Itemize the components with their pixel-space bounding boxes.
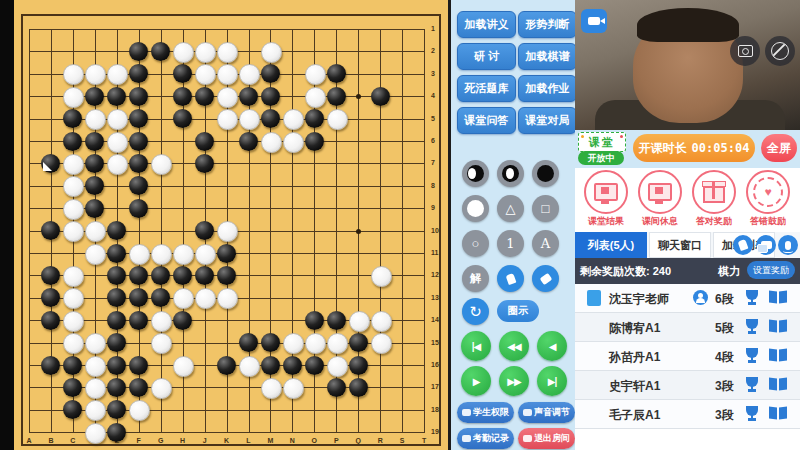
row-label: 15 [431,339,445,346]
stone-white-O4 [305,87,326,108]
column-label: A [23,437,35,444]
row-label: 5 [431,115,445,122]
trophy-icon[interactable] [743,347,761,365]
stone-white-D19 [85,423,106,444]
letter-icon: A [541,236,550,251]
stone-black-M3 [261,64,280,83]
refresh-icon: ↻ [469,303,482,321]
microphone-icon [785,241,791,250]
student-rank: 5段 [715,320,734,337]
row-label: 14 [431,316,445,323]
rewind-button[interactable]: ◀◀ [499,331,529,361]
tab-chat-window[interactable]: 聊天窗口 [649,232,711,258]
student-icon [462,409,471,416]
stone-black-Q16 [349,356,368,375]
stone-black-F2 [129,42,148,61]
circle-marker-tool[interactable]: ○ [462,230,489,257]
stone-white-H2 [173,42,194,63]
stone-black-O6 [305,132,324,151]
list-item[interactable]: 孙苗丹A1 4段 [575,342,800,371]
row-label: 9 [431,204,445,211]
stone-white-L16 [239,356,260,377]
teacher-hair [637,8,739,42]
stone-black-J12 [195,266,214,285]
stone-white-D11 [85,244,106,265]
stone-white-C12 [63,266,84,287]
stone-black-H14 [173,311,192,330]
column-label: B [45,437,57,444]
stone-white-N15 [283,333,304,354]
stone-black-F12 [129,266,148,285]
black-stone-icon [537,165,554,182]
attendance-record-button[interactable]: 考勤记录 [457,428,514,449]
stone-white-M17 [261,378,282,399]
stone-black-K12 [217,266,236,285]
column-label: P [330,437,342,444]
stone-black-O5 [305,109,324,128]
trophy-icon[interactable] [743,289,761,307]
fullscreen-button[interactable]: 全屏 [761,134,797,162]
stone-black-E4 [107,87,126,106]
white-first-tool[interactable] [497,160,524,187]
control-panel: 加载讲义 形势判断 研 讨 加载棋谱 死活题库 加载作业 课堂问答 课堂对局 △… [448,0,575,450]
stone-white-L3 [239,64,260,85]
stone-black-E16 [107,356,126,375]
exit-room-button[interactable]: 退出房间 [518,428,575,449]
paint-roller-icon [539,272,552,284]
go-to-end-button[interactable]: ▶| [537,366,567,396]
stone-black-B14 [41,311,60,330]
rewind-icon: ◀◀ [507,341,520,352]
classroom-badge: 课堂 [578,132,626,152]
left-black-strip [0,0,14,450]
stone-white-G15 [151,333,172,354]
correct-reward-button[interactable]: 答对奖励 [689,170,739,228]
stone-black-N16 [283,356,302,375]
stone-black-H12 [173,266,192,285]
stone-white-H16 [173,356,194,377]
stone-white-C7 [63,154,84,175]
hand-pointer-icon [505,272,516,284]
row-label: 19 [431,428,445,435]
row-label: 3 [431,70,445,77]
stone-black-F6 [129,132,148,151]
stone-black-D8 [85,176,104,195]
set-reward-button[interactable]: 设置奖励 [747,261,795,279]
list-item[interactable]: 沈玉宇老师 6段 [575,284,800,313]
stone-white-Q14 [349,311,370,332]
stone-black-J10 [195,221,214,240]
stone-white-L5 [239,109,260,130]
monitor-icon [594,183,618,201]
paint-tool[interactable] [532,265,559,292]
remaining-rewards-label: 剩余奖励次数: 240 [580,264,671,279]
stone-black-B10 [41,221,60,240]
stone-black-F8 [129,176,148,195]
row-label: 6 [431,137,445,144]
stone-black-D6 [85,132,104,151]
encourage-button[interactable]: ♥ 答错鼓励 [743,170,793,228]
column-label: O [308,437,320,444]
stone-black-C18 [63,400,82,419]
stone-white-P16 [327,356,348,377]
book-icon[interactable] [769,318,787,334]
row-label: 10 [431,227,445,234]
gift-icon [703,186,725,203]
stone-white-D18 [85,400,106,421]
stone-black-F13 [129,288,148,307]
circle-show-button[interactable]: 圈示 [497,300,539,322]
stone-white-G7 [151,154,172,175]
stone-black-F9 [129,199,148,218]
stone-white-E3 [107,64,128,85]
column-label: L [243,437,255,444]
answer-icon: 解 [470,271,481,286]
student-name: 孙苗丹A1 [609,349,660,366]
class-game-button[interactable]: 课堂对局 [518,107,577,134]
stone-white-K2 [217,42,238,63]
stone-black-E19 [107,423,126,442]
stone-white-K4 [217,87,238,108]
stone-black-E11 [107,244,126,263]
stone-white-M6 [261,132,282,153]
column-label: N [286,437,298,444]
go-to-start-button[interactable]: |◀ [461,331,491,361]
last-move-marker [43,162,52,171]
speaker-icon [523,409,532,416]
answer-tool[interactable]: 解 [462,265,489,292]
camera-off-button[interactable] [765,36,795,66]
stone-white-K5 [217,109,238,130]
stone-black-G2 [151,42,170,61]
stone-black-F4 [129,87,148,106]
stone-white-C9 [63,199,84,220]
stone-black-E10 [107,221,126,240]
teacher-webcam-video [575,0,800,130]
stone-black-O16 [305,356,324,375]
stone-black-P14 [327,311,346,330]
step-back-icon: ◀ [549,341,556,352]
discuss-button[interactable]: 研 讨 [457,43,516,70]
stone-white-P15 [327,333,348,354]
stone-black-L15 [239,333,258,352]
book-icon[interactable] [769,376,787,392]
stone-black-E17 [107,378,126,397]
stone-black-K11 [217,244,236,263]
student-rank: 6段 [715,291,734,308]
row-label: 8 [431,182,445,189]
stone-white-C8 [63,176,84,197]
play-icon: ▶ [473,376,480,387]
stone-black-L6 [239,132,258,151]
record-icon [462,435,471,442]
stone-black-C6 [63,132,82,151]
row-label: 16 [431,361,445,368]
go-classroom-app: A1B2C3D4E5F6G7H8J9K10L11M12N13O14P15Q16R… [0,0,800,450]
student-list: 沈玉宇老师 6段 陈博宥A1 5段 孙苗丹A1 4段 史宇轩A1 3段 [575,284,800,450]
stone-white-C4 [63,87,84,108]
stone-black-G12 [151,266,170,285]
pointer-tool[interactable] [497,265,524,292]
column-label: T [418,437,430,444]
stone-white-P5 [327,109,348,130]
class-status-bar: 课堂 开放中 开课时长 00:05:04 全屏 [575,130,800,168]
stone-white-G17 [151,378,172,399]
stone-black-G13 [151,288,170,307]
avatar [587,290,601,306]
class-qa-button[interactable]: 课堂问答 [457,107,516,134]
column-label: M [264,437,276,444]
alternate-stone-tool[interactable] [462,160,489,187]
microphone-button[interactable] [778,235,798,255]
list-item[interactable]: 史宇轩A1 3段 [575,371,800,400]
triangle-icon: △ [506,201,516,216]
step-back-button[interactable]: ◀ [537,331,567,361]
stone-black-Q17 [349,378,368,397]
column-label: S [396,437,408,444]
chat-button[interactable] [756,235,776,255]
skip-end-icon: ▶| [548,376,557,387]
stone-black-E12 [107,266,126,285]
stone-white-C15 [63,333,84,354]
stone-black-J7 [195,154,214,173]
stone-black-B12 [41,266,60,285]
skip-start-icon: |◀ [472,341,481,352]
timer-label: 开课时长 [639,140,687,157]
stone-black-P17 [327,378,346,397]
stone-white-N17 [283,378,304,399]
stone-black-D4 [85,87,104,106]
stone-black-K16 [217,356,236,375]
stone-white-J13 [195,288,216,309]
stone-white-D15 [85,333,106,354]
column-label: C [67,437,79,444]
class-open-status: 开放中 [578,151,624,165]
fast-forward-icon: ▶▶ [507,376,520,387]
go-board[interactable]: A1B2C3D4E5F6G7H8J9K10L11M12N13O14P15Q16R… [14,0,448,450]
book-icon[interactable] [769,347,787,363]
tab-bar: 列表(5人) 聊天窗口 加载列表 [575,232,800,259]
book-icon[interactable] [769,405,787,421]
stone-black-D7 [85,154,104,173]
load-kifu-button[interactable]: 加载棋谱 [518,43,577,70]
rewards-row: 课堂结果 课间休息 答对奖励 ♥ 答错鼓励 [575,168,800,232]
play-button[interactable]: ▶ [461,366,491,396]
stone-white-J3 [195,64,216,85]
student-name: 陈博宥A1 [609,320,660,337]
row-label: 18 [431,406,445,413]
stone-white-C10 [63,221,84,242]
student-permission-button[interactable]: 学生权限 [457,402,514,423]
stone-black-C5 [63,109,82,128]
stone-black-P4 [327,87,346,106]
fast-forward-button[interactable]: ▶▶ [499,366,529,396]
judge-position-button[interactable]: 形势判断 [518,11,577,38]
person-icon [693,290,708,305]
stone-black-R4 [371,87,390,106]
white-first-icon [502,165,519,182]
tsumego-library-button[interactable]: 死活题库 [457,75,516,102]
class-break-button[interactable]: 课间休息 [635,170,685,228]
stone-black-C17 [63,378,82,397]
white-stone-tool[interactable] [462,195,489,222]
stone-black-E13 [107,288,126,307]
row-label: 17 [431,383,445,390]
trophy-icon[interactable] [743,318,761,336]
class-timer: 开课时长 00:05:04 [633,134,755,162]
stone-white-K13 [217,288,238,309]
stone-white-D5 [85,109,106,130]
stone-white-N6 [283,132,304,153]
alternate-stone-icon [467,165,484,182]
load-homework-button[interactable]: 加载作业 [518,75,577,102]
student-rank: 3段 [715,407,734,424]
stone-white-M2 [261,42,282,63]
stone-black-F14 [129,311,148,330]
stone-white-R12 [371,266,392,287]
snapshot-button[interactable] [730,36,760,66]
stone-black-F3 [129,64,148,83]
trophy-icon[interactable] [743,376,761,394]
stone-black-F7 [129,154,148,173]
stone-black-O14 [305,311,324,330]
timer-value: 00:05:04 [692,141,750,155]
stone-white-O15 [305,333,326,354]
raise-hand-button[interactable] [733,235,753,255]
load-lecture-button[interactable]: 加载讲义 [457,11,516,38]
column-label: G [155,437,167,444]
class-result-button[interactable]: 课堂结果 [581,170,631,228]
right-panel: 课堂 开放中 开课时长 00:05:04 全屏 课堂结果 课间休息 答对奖励 [575,0,800,450]
stone-black-M5 [261,109,280,128]
stone-white-G14 [151,311,172,332]
stone-white-J11 [195,244,216,265]
column-label: J [199,437,211,444]
square-marker-tool[interactable]: □ [532,195,559,222]
row-label: 4 [431,92,445,99]
stone-white-R15 [371,333,392,354]
stone-white-C3 [63,64,84,85]
stone-black-F16 [129,356,148,375]
book-icon[interactable] [769,289,787,305]
stone-white-K3 [217,64,238,85]
column-label: H [177,437,189,444]
list-item[interactable]: 毛子辰A1 3段 [575,400,800,429]
white-stone-icon [467,200,484,217]
board-panel: A1B2C3D4E5F6G7H8J9K10L11M12N13O14P15Q16R… [14,0,448,450]
stone-black-M15 [261,333,280,352]
column-label: R [374,437,386,444]
stone-white-H11 [173,244,194,265]
stone-white-E5 [107,109,128,130]
volume-adjust-button[interactable]: 声音调节 [518,402,575,423]
number-icon: 1 [506,236,514,251]
row-label: 7 [431,159,445,166]
stone-black-B16 [41,356,60,375]
row-label: 1 [431,25,445,32]
stone-black-H3 [173,64,192,83]
stone-white-D17 [85,378,106,399]
row-label: 12 [431,271,445,278]
stone-black-F17 [129,378,148,397]
circle-icon: ○ [472,236,480,251]
row-label: 2 [431,47,445,54]
stone-white-D10 [85,221,106,242]
stone-black-M16 [261,356,280,375]
stone-black-E18 [107,400,126,419]
stone-black-M4 [261,87,280,106]
stone-black-L4 [239,87,258,106]
stone-black-J4 [195,87,214,106]
stone-white-H13 [173,288,194,309]
letter-marker-tool[interactable]: A [532,230,559,257]
stone-black-B13 [41,288,60,307]
row-label: 11 [431,249,445,256]
stone-black-B7 [41,154,60,173]
black-stone-tool[interactable] [532,160,559,187]
stone-black-H5 [173,109,192,128]
list-item[interactable]: 陈博宥A1 5段 [575,313,800,342]
reset-tool[interactable]: ↻ [462,298,489,325]
column-label: K [221,437,233,444]
row-label: 13 [431,294,445,301]
stone-white-C13 [63,288,84,309]
exit-icon [523,435,532,442]
trophy-icon[interactable] [743,405,761,423]
reward-stats-bar: 剩余奖励次数: 240 棋力 设置奖励 [575,258,800,284]
stone-white-G11 [151,244,172,265]
chat-bubbles-icon [761,241,772,249]
student-name: 史宇轩A1 [609,378,660,395]
stone-black-Q15 [349,333,368,352]
stone-white-E7 [107,154,128,175]
stone-black-P3 [327,64,346,83]
stone-black-E14 [107,311,126,330]
triangle-marker-tool[interactable]: △ [497,195,524,222]
stone-white-R14 [371,311,392,332]
camera-off-icon [771,42,789,60]
stone-black-E15 [107,333,126,352]
number-marker-tool[interactable]: 1 [497,230,524,257]
photo-camera-icon [738,45,753,57]
stone-white-N5 [283,109,304,130]
tab-student-list[interactable]: 列表(5人) [575,232,647,258]
stone-white-J2 [195,42,216,63]
video-camera-button[interactable] [581,9,607,33]
medal-heart-icon: ♥ [753,177,783,207]
stone-white-E6 [107,132,128,153]
student-rank: 4段 [715,349,734,366]
column-label: Q [352,437,364,444]
student-name: 沈玉宇老师 [609,291,669,308]
stone-white-O3 [305,64,326,85]
student-rank: 3段 [715,378,734,395]
stone-white-C14 [63,311,84,332]
stone-white-D16 [85,356,106,377]
stone-black-H4 [173,87,192,106]
column-label: F [133,437,145,444]
stone-black-C16 [63,356,82,375]
strength-label: 棋力 [718,264,740,279]
stone-black-J6 [195,132,214,151]
monitor-icon [648,183,672,201]
raise-hand-icon [738,239,749,251]
stone-white-K10 [217,221,238,242]
square-icon: □ [542,201,550,216]
stone-white-F18 [129,400,150,421]
stone-white-D3 [85,64,106,85]
student-name: 毛子辰A1 [609,407,660,424]
